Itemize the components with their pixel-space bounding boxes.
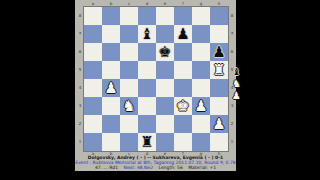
square-g7[interactable]: [192, 25, 210, 43]
square-a8[interactable]: [84, 7, 102, 25]
square-c4[interactable]: [120, 79, 138, 97]
caption: Dolgovsky, Andrey ( - ) -- Sukhareva, Ev…: [75, 156, 236, 170]
square-e8[interactable]: [156, 7, 174, 25]
rank-label: 7: [76, 25, 84, 43]
piece-white-pawn[interactable]: ♟: [194, 97, 207, 115]
square-a6[interactable]: [84, 43, 102, 61]
square-a1[interactable]: [84, 133, 102, 151]
square-f8[interactable]: [174, 7, 192, 25]
square-b3[interactable]: [102, 97, 120, 115]
square-g3[interactable]: ♟: [192, 97, 210, 115]
rank-label: 8: [228, 7, 236, 25]
rank-label: 1: [228, 133, 236, 151]
square-e5[interactable]: [156, 61, 174, 79]
square-f6[interactable]: [174, 43, 192, 61]
rank-label: 3: [76, 97, 84, 115]
rank-label: 7: [228, 25, 236, 43]
square-d8[interactable]: [138, 7, 156, 25]
square-d5[interactable]: [138, 61, 156, 79]
square-a4[interactable]: [84, 79, 102, 97]
rank-label: 2: [76, 115, 84, 133]
square-h5[interactable]: ♜: [210, 61, 228, 79]
next-move-text: Next: 48.Ne2: [124, 165, 154, 170]
square-f3[interactable]: ♚: [174, 97, 192, 115]
square-h7[interactable]: [210, 25, 228, 43]
square-d6[interactable]: [138, 43, 156, 61]
square-e6[interactable]: ♚: [156, 43, 174, 61]
square-f4[interactable]: [174, 79, 192, 97]
square-d4[interactable]: [138, 79, 156, 97]
square-c6[interactable]: [120, 43, 138, 61]
square-c2[interactable]: [120, 115, 138, 133]
square-a2[interactable]: [84, 115, 102, 133]
piece-white-knight[interactable]: ♞: [122, 97, 135, 115]
rank-label: 6: [76, 43, 84, 61]
piece-black-pawn[interactable]: ♟: [176, 25, 189, 43]
square-e7[interactable]: [156, 25, 174, 43]
square-b7[interactable]: [102, 25, 120, 43]
rank-label: 4: [76, 79, 84, 97]
rank-label: 6: [228, 43, 236, 61]
square-b2[interactable]: [102, 115, 120, 133]
square-b4[interactable]: ♟: [102, 79, 120, 97]
square-d1[interactable]: ♜: [138, 133, 156, 151]
square-f1[interactable]: [174, 133, 192, 151]
square-d2[interactable]: [138, 115, 156, 133]
square-h8[interactable]: [210, 7, 228, 25]
rank-label: 2: [228, 115, 236, 133]
square-g8[interactable]: [192, 7, 210, 25]
square-c8[interactable]: [120, 7, 138, 25]
square-h6[interactable]: ♟: [210, 43, 228, 61]
square-d7[interactable]: ♝: [138, 25, 156, 43]
piece-black-pawn[interactable]: ♟: [212, 43, 225, 61]
square-g1[interactable]: [192, 133, 210, 151]
square-b8[interactable]: [102, 7, 120, 25]
material-tray: ♝♞♟: [232, 66, 241, 102]
square-g5[interactable]: [192, 61, 210, 79]
square-b5[interactable]: [102, 61, 120, 79]
tray-piece-white-knight: ♞: [232, 78, 241, 90]
tray-piece-black-bishop: ♝: [232, 66, 241, 78]
square-h1[interactable]: [210, 133, 228, 151]
square-g2[interactable]: [192, 115, 210, 133]
square-b6[interactable]: [102, 43, 120, 61]
last-move-text: 47. ... Rd1: [95, 165, 118, 170]
tray-piece-white-pawn: ♟: [232, 90, 241, 102]
square-c3[interactable]: ♞: [120, 97, 138, 115]
square-f2[interactable]: [174, 115, 192, 133]
piece-white-pawn[interactable]: ♟: [212, 115, 225, 133]
board[interactable]: ♝♟♚♟♜♟♞♚♟♟♜: [84, 7, 228, 151]
square-a7[interactable]: [84, 25, 102, 43]
square-b1[interactable]: [102, 133, 120, 151]
square-h2[interactable]: ♟: [210, 115, 228, 133]
game-length-text: Length: 56: [159, 165, 183, 170]
square-a5[interactable]: [84, 61, 102, 79]
square-c5[interactable]: [120, 61, 138, 79]
square-e1[interactable]: [156, 133, 174, 151]
square-e4[interactable]: [156, 79, 174, 97]
rank-label: 8: [76, 7, 84, 25]
square-e3[interactable]: [156, 97, 174, 115]
square-c1[interactable]: [120, 133, 138, 151]
square-a3[interactable]: [84, 97, 102, 115]
square-c7[interactable]: [120, 25, 138, 43]
video-frame: abcdefgh 87654321 87654321 ♝♟♚♟♜♟♞♚♟♟♜ a…: [0, 0, 320, 180]
square-e2[interactable]: [156, 115, 174, 133]
square-h4[interactable]: [210, 79, 228, 97]
material-text: Material: +1: [188, 165, 216, 170]
rank-label: 5: [76, 61, 84, 79]
square-f5[interactable]: [174, 61, 192, 79]
caption-move-info: 47. ... Rd1 Next: 48.Ne2 Length: 56 Mate…: [75, 166, 236, 171]
square-g6[interactable]: [192, 43, 210, 61]
square-g4[interactable]: [192, 79, 210, 97]
square-f7[interactable]: ♟: [174, 25, 192, 43]
rank-labels-left: 87654321: [76, 7, 84, 151]
square-h3[interactable]: [210, 97, 228, 115]
piece-white-pawn[interactable]: ♟: [104, 79, 117, 97]
rank-label: 1: [76, 133, 84, 151]
piece-black-king[interactable]: ♚: [158, 43, 171, 61]
piece-black-bishop[interactable]: ♝: [140, 25, 153, 43]
square-d3[interactable]: [138, 97, 156, 115]
piece-white-rook[interactable]: ♜: [212, 61, 225, 79]
piece-white-king[interactable]: ♚: [176, 97, 189, 115]
piece-black-rook[interactable]: ♜: [140, 133, 153, 151]
